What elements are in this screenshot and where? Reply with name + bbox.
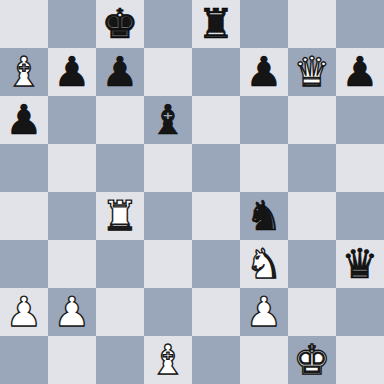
square-d6[interactable]: ♝ bbox=[144, 96, 192, 144]
square-f7[interactable]: ♟ bbox=[240, 48, 288, 96]
black-pawn-icon[interactable]: ♟ bbox=[246, 48, 283, 96]
chess-board: ♚♜♝♟♟♟♛♟♟♝♜♞♞♛♟♟♟♝♚ bbox=[0, 0, 384, 384]
square-e4[interactable] bbox=[192, 192, 240, 240]
square-d4[interactable] bbox=[144, 192, 192, 240]
square-c7[interactable]: ♟ bbox=[96, 48, 144, 96]
square-b6[interactable] bbox=[48, 96, 96, 144]
square-h5[interactable] bbox=[336, 144, 384, 192]
square-a1[interactable] bbox=[0, 336, 48, 384]
white-rook-icon[interactable]: ♜ bbox=[102, 192, 139, 240]
square-c3[interactable] bbox=[96, 240, 144, 288]
square-a3[interactable] bbox=[0, 240, 48, 288]
square-f4[interactable]: ♞ bbox=[240, 192, 288, 240]
square-c1[interactable] bbox=[96, 336, 144, 384]
square-e6[interactable] bbox=[192, 96, 240, 144]
square-b8[interactable] bbox=[48, 0, 96, 48]
white-pawn-icon[interactable]: ♟ bbox=[6, 288, 43, 336]
square-b1[interactable] bbox=[48, 336, 96, 384]
square-f1[interactable] bbox=[240, 336, 288, 384]
black-pawn-icon[interactable]: ♟ bbox=[342, 48, 379, 96]
square-g3[interactable] bbox=[288, 240, 336, 288]
white-pawn-icon[interactable]: ♟ bbox=[54, 288, 91, 336]
square-e3[interactable] bbox=[192, 240, 240, 288]
square-f2[interactable]: ♟ bbox=[240, 288, 288, 336]
square-f8[interactable] bbox=[240, 0, 288, 48]
white-queen-icon[interactable]: ♛ bbox=[294, 48, 331, 96]
square-h6[interactable] bbox=[336, 96, 384, 144]
square-b7[interactable]: ♟ bbox=[48, 48, 96, 96]
square-e8[interactable]: ♜ bbox=[192, 0, 240, 48]
square-h4[interactable] bbox=[336, 192, 384, 240]
square-h1[interactable] bbox=[336, 336, 384, 384]
square-g6[interactable] bbox=[288, 96, 336, 144]
square-a4[interactable] bbox=[0, 192, 48, 240]
square-a6[interactable]: ♟ bbox=[0, 96, 48, 144]
square-f6[interactable] bbox=[240, 96, 288, 144]
square-e1[interactable] bbox=[192, 336, 240, 384]
black-pawn-icon[interactable]: ♟ bbox=[102, 48, 139, 96]
square-h7[interactable]: ♟ bbox=[336, 48, 384, 96]
black-queen-icon[interactable]: ♛ bbox=[342, 240, 379, 288]
square-d5[interactable] bbox=[144, 144, 192, 192]
white-knight-icon[interactable]: ♞ bbox=[246, 240, 283, 288]
square-h2[interactable] bbox=[336, 288, 384, 336]
square-h3[interactable]: ♛ bbox=[336, 240, 384, 288]
square-c4[interactable]: ♜ bbox=[96, 192, 144, 240]
white-bishop-icon[interactable]: ♝ bbox=[150, 336, 187, 384]
black-pawn-icon[interactable]: ♟ bbox=[54, 48, 91, 96]
square-c5[interactable] bbox=[96, 144, 144, 192]
black-rook-icon[interactable]: ♜ bbox=[198, 0, 235, 48]
square-g2[interactable] bbox=[288, 288, 336, 336]
square-g7[interactable]: ♛ bbox=[288, 48, 336, 96]
square-d8[interactable] bbox=[144, 0, 192, 48]
square-c2[interactable] bbox=[96, 288, 144, 336]
square-h8[interactable] bbox=[336, 0, 384, 48]
square-a7[interactable]: ♝ bbox=[0, 48, 48, 96]
white-king-icon[interactable]: ♚ bbox=[294, 336, 331, 384]
square-g1[interactable]: ♚ bbox=[288, 336, 336, 384]
black-bishop-icon[interactable]: ♝ bbox=[150, 96, 187, 144]
black-king-icon[interactable]: ♚ bbox=[102, 0, 139, 48]
square-d7[interactable] bbox=[144, 48, 192, 96]
square-g8[interactable] bbox=[288, 0, 336, 48]
square-d3[interactable] bbox=[144, 240, 192, 288]
black-pawn-icon[interactable]: ♟ bbox=[6, 96, 43, 144]
square-b5[interactable] bbox=[48, 144, 96, 192]
square-b2[interactable]: ♟ bbox=[48, 288, 96, 336]
square-a8[interactable] bbox=[0, 0, 48, 48]
square-f3[interactable]: ♞ bbox=[240, 240, 288, 288]
square-d1[interactable]: ♝ bbox=[144, 336, 192, 384]
square-g5[interactable] bbox=[288, 144, 336, 192]
square-f5[interactable] bbox=[240, 144, 288, 192]
square-c6[interactable] bbox=[96, 96, 144, 144]
black-knight-icon[interactable]: ♞ bbox=[246, 192, 283, 240]
square-e7[interactable] bbox=[192, 48, 240, 96]
white-pawn-icon[interactable]: ♟ bbox=[246, 288, 283, 336]
square-e5[interactable] bbox=[192, 144, 240, 192]
square-d2[interactable] bbox=[144, 288, 192, 336]
square-b4[interactable] bbox=[48, 192, 96, 240]
square-e2[interactable] bbox=[192, 288, 240, 336]
square-c8[interactable]: ♚ bbox=[96, 0, 144, 48]
white-bishop-icon[interactable]: ♝ bbox=[6, 48, 43, 96]
square-b3[interactable] bbox=[48, 240, 96, 288]
square-g4[interactable] bbox=[288, 192, 336, 240]
square-a5[interactable] bbox=[0, 144, 48, 192]
square-a2[interactable]: ♟ bbox=[0, 288, 48, 336]
